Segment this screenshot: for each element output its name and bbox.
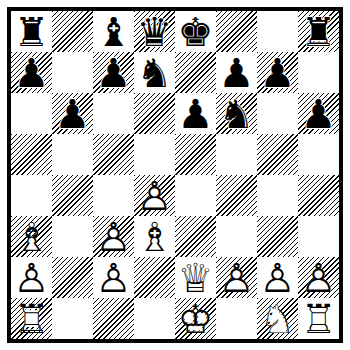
white-pawn-icon: ♟♙: [134, 175, 175, 216]
black-pawn-icon: ♟♟: [298, 93, 339, 134]
black-rook-icon: ♜♜: [298, 11, 339, 52]
square-b2[interactable]: [52, 257, 93, 298]
square-a8[interactable]: ♜♜: [11, 11, 52, 52]
black-pawn-icon: ♟♟: [93, 52, 134, 93]
square-e7[interactable]: [175, 52, 216, 93]
square-c7[interactable]: ♟♟: [93, 52, 134, 93]
square-b1[interactable]: [52, 298, 93, 339]
white-rook-icon: ♜♖: [298, 298, 339, 339]
square-h2[interactable]: ♟♙: [298, 257, 339, 298]
black-pawn-icon: ♟♟: [257, 52, 298, 93]
square-f1[interactable]: [216, 298, 257, 339]
square-h4[interactable]: [298, 175, 339, 216]
white-king-icon: ♚♔: [175, 298, 216, 339]
square-c1[interactable]: [93, 298, 134, 339]
white-knight-icon: ♞♘: [257, 298, 298, 339]
square-h5[interactable]: [298, 134, 339, 175]
square-g4[interactable]: [257, 175, 298, 216]
square-a2[interactable]: ♟♙: [11, 257, 52, 298]
square-b4[interactable]: [52, 175, 93, 216]
square-d1[interactable]: [134, 298, 175, 339]
square-c4[interactable]: [93, 175, 134, 216]
square-a7[interactable]: ♟♟: [11, 52, 52, 93]
square-d5[interactable]: [134, 134, 175, 175]
square-h1[interactable]: ♜♖: [298, 298, 339, 339]
square-f5[interactable]: [216, 134, 257, 175]
black-king-icon: ♚♚: [175, 11, 216, 52]
square-g7[interactable]: ♟♟: [257, 52, 298, 93]
square-a3[interactable]: ♝♗: [11, 216, 52, 257]
square-e1[interactable]: ♚♔: [175, 298, 216, 339]
square-h8[interactable]: ♜♜: [298, 11, 339, 52]
square-h3[interactable]: [298, 216, 339, 257]
square-f2[interactable]: ♟♙: [216, 257, 257, 298]
square-h7[interactable]: [298, 52, 339, 93]
square-c2[interactable]: ♟♙: [93, 257, 134, 298]
square-c3[interactable]: ♟♙: [93, 216, 134, 257]
black-rook-icon: ♜♜: [11, 11, 52, 52]
square-d8[interactable]: ♛♛: [134, 11, 175, 52]
square-d6[interactable]: [134, 93, 175, 134]
square-g3[interactable]: [257, 216, 298, 257]
square-g5[interactable]: [257, 134, 298, 175]
square-f7[interactable]: ♟♟: [216, 52, 257, 93]
square-e2[interactable]: ♛♕: [175, 257, 216, 298]
square-f3[interactable]: [216, 216, 257, 257]
square-a5[interactable]: [11, 134, 52, 175]
black-pawn-icon: ♟♟: [216, 52, 257, 93]
black-pawn-icon: ♟♟: [11, 52, 52, 93]
square-b5[interactable]: [52, 134, 93, 175]
black-queen-icon: ♛♛: [134, 11, 175, 52]
black-knight-icon: ♞♞: [134, 52, 175, 93]
white-pawn-icon: ♟♙: [257, 257, 298, 298]
square-b7[interactable]: [52, 52, 93, 93]
square-f6[interactable]: ♞♞: [216, 93, 257, 134]
square-g2[interactable]: ♟♙: [257, 257, 298, 298]
square-d7[interactable]: ♞♞: [134, 52, 175, 93]
square-b6[interactable]: ♟♟: [52, 93, 93, 134]
white-bishop-icon: ♝♗: [11, 216, 52, 257]
square-c8[interactable]: ♝♝: [93, 11, 134, 52]
white-bishop-icon: ♝♗: [134, 216, 175, 257]
square-b3[interactable]: [52, 216, 93, 257]
square-b8[interactable]: [52, 11, 93, 52]
square-g6[interactable]: [257, 93, 298, 134]
square-e5[interactable]: [175, 134, 216, 175]
square-d3[interactable]: ♝♗: [134, 216, 175, 257]
black-bishop-icon: ♝♝: [93, 11, 134, 52]
square-h6[interactable]: ♟♟: [298, 93, 339, 134]
chess-board: ♜♜♝♝♛♛♚♚♜♜♟♟♟♟♞♞♟♟♟♟♟♟♟♟♞♞♟♟♟♙♝♗♟♙♝♗♟♙♟♙…: [11, 11, 339, 339]
white-pawn-icon: ♟♙: [93, 216, 134, 257]
square-e3[interactable]: [175, 216, 216, 257]
square-a1[interactable]: ♜♖: [11, 298, 52, 339]
black-knight-icon: ♞♞: [216, 93, 257, 134]
square-c6[interactable]: [93, 93, 134, 134]
square-e4[interactable]: [175, 175, 216, 216]
white-rook-icon: ♜♖: [11, 298, 52, 339]
white-pawn-icon: ♟♙: [11, 257, 52, 298]
white-queen-icon: ♛♕: [175, 257, 216, 298]
black-pawn-icon: ♟♟: [175, 93, 216, 134]
square-e6[interactable]: ♟♟: [175, 93, 216, 134]
white-pawn-icon: ♟♙: [93, 257, 134, 298]
square-g8[interactable]: [257, 11, 298, 52]
square-a4[interactable]: [11, 175, 52, 216]
square-c5[interactable]: [93, 134, 134, 175]
square-a6[interactable]: [11, 93, 52, 134]
square-f4[interactable]: [216, 175, 257, 216]
square-e8[interactable]: ♚♚: [175, 11, 216, 52]
square-f8[interactable]: [216, 11, 257, 52]
chess-board-frame: ♜♜♝♝♛♛♚♚♜♜♟♟♟♟♞♞♟♟♟♟♟♟♟♟♞♞♟♟♟♙♝♗♟♙♝♗♟♙♟♙…: [7, 7, 343, 343]
black-pawn-icon: ♟♟: [52, 93, 93, 134]
square-d4[interactable]: ♟♙: [134, 175, 175, 216]
white-pawn-icon: ♟♙: [298, 257, 339, 298]
square-d2[interactable]: [134, 257, 175, 298]
square-g1[interactable]: ♞♘: [257, 298, 298, 339]
page: ♜♜♝♝♛♛♚♚♜♜♟♟♟♟♞♞♟♟♟♟♟♟♟♟♞♞♟♟♟♙♝♗♟♙♝♗♟♙♟♙…: [0, 0, 350, 350]
white-pawn-icon: ♟♙: [216, 257, 257, 298]
